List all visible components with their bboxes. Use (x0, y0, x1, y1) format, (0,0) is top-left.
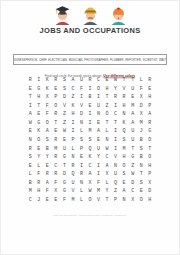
grid-cell: O (86, 195, 95, 204)
grid-cell: R (120, 93, 129, 102)
grid-cell: I (86, 85, 95, 94)
grid-cell: Z (60, 119, 69, 128)
grid-cell: F (43, 187, 52, 196)
grid-cell: G (35, 85, 44, 94)
grid-cell: E (86, 102, 95, 111)
grid-cell: I (94, 170, 103, 179)
grid-cell: U (128, 136, 137, 145)
grid-cell: B (137, 136, 146, 145)
grid-cell: E (77, 153, 86, 162)
grid-cell: V (120, 85, 129, 94)
grid-cell: S (137, 144, 146, 153)
grid-cell: W (26, 119, 35, 128)
grid-cell: E (145, 85, 154, 94)
grid-cell: K (43, 85, 52, 94)
grid-cell: O (103, 110, 112, 119)
grid-cell: X (43, 93, 52, 102)
grid-cell: B (26, 178, 35, 187)
grid-cell: M (26, 187, 35, 196)
grid-cell: Q (69, 170, 78, 179)
grid-cell: S (77, 136, 86, 145)
grid-cell: F (35, 170, 44, 179)
grid-cell: M (94, 187, 103, 196)
grid-cell: X (137, 110, 146, 119)
grid-cell: O (137, 195, 146, 204)
grid-cell: E (43, 195, 52, 204)
grid-cell: R (52, 76, 61, 85)
grid-cell: N (94, 110, 103, 119)
grid-cell: W (60, 127, 69, 136)
header-icons (0, 4, 180, 25)
grid-cell: N (77, 119, 86, 128)
grid-cell: O (35, 136, 44, 145)
grid-cell: T (128, 144, 137, 153)
grid-cell: A (128, 110, 137, 119)
grid-cell: U (128, 85, 137, 94)
grid-cell: D (128, 178, 137, 187)
grid-cell: P (145, 102, 154, 111)
grid-cell: R (43, 170, 52, 179)
grid-cell: S (60, 76, 69, 85)
grid-cell: G (145, 127, 154, 136)
instruction-line: Find and circle the words given above. U… (0, 66, 180, 72)
grid-cell: I (111, 102, 120, 111)
grid-cell: X (128, 195, 137, 204)
grid-cell: A (120, 187, 129, 196)
grid-cell: Q (86, 144, 95, 153)
grid-cell: F (60, 195, 69, 204)
grid-cell: E (103, 76, 112, 85)
grid-cell: D (145, 187, 154, 196)
grid-cell: E (52, 85, 61, 94)
grid-cell: A (145, 110, 154, 119)
grid-cell: R (52, 110, 61, 119)
grid-cell: S (43, 136, 52, 145)
grid-cell: C (111, 110, 120, 119)
grid-cell: R (145, 119, 154, 128)
grid-cell: N (69, 153, 78, 162)
grid-cell: I (111, 127, 120, 136)
grid-cell: P (111, 195, 120, 204)
grid-cell: N (120, 195, 129, 204)
grid-cell: U (128, 127, 137, 136)
grid-cell: K (86, 153, 95, 162)
grid-cell: C (103, 153, 112, 162)
grid-cell: R (145, 76, 154, 85)
grid-cell: A (43, 178, 52, 187)
grid-cell: H (120, 102, 129, 111)
page-title: JOBS AND OCCUPATIONS (0, 26, 180, 35)
grid-cell: H (120, 153, 129, 162)
grid-cell: N (103, 136, 112, 145)
grid-cell: D (77, 110, 86, 119)
grid-cell: A (103, 161, 112, 170)
grid-cell: F (43, 110, 52, 119)
grid-cell: P (145, 170, 154, 179)
grid-cell: B (43, 144, 52, 153)
grid-cell: U (60, 144, 69, 153)
grid-cell: R (86, 76, 95, 85)
grid-cell: Y (43, 153, 52, 162)
grid-cell: R (52, 153, 61, 162)
grid-cell: E (26, 85, 35, 94)
grid-cell: F (77, 85, 86, 94)
grid-cell: H (145, 195, 154, 204)
grid-cell: N (120, 110, 129, 119)
grid-cell: K (43, 76, 52, 85)
grid-cell: L (77, 127, 86, 136)
grid-cell: K (120, 119, 129, 128)
grid-cell: U (69, 178, 78, 187)
grid-cell: X (137, 93, 146, 102)
grid-cell: W (103, 144, 112, 153)
worksheet-page: JOBS AND OCCUPATIONS BUSINESSPERSON, CHE… (0, 0, 180, 255)
grid-cell: P (69, 136, 78, 145)
grid-cell: M (86, 127, 95, 136)
grid-cell: L (35, 161, 44, 170)
grid-cell: B (137, 153, 146, 162)
grid-cell: G (35, 119, 44, 128)
word-list-text: BUSINESSPERSON, CHEF, ELECTRICIAN, MUSIC… (13, 58, 167, 61)
grid-cell: L (103, 127, 112, 136)
grid-cell: F (52, 178, 61, 187)
grid-cell: I (69, 127, 78, 136)
grid-cell: H (35, 187, 44, 196)
word-search-grid: RIKRSAURCEWTTLREGKESCFIOHYVUFETHXPDZIBIT… (26, 76, 154, 204)
grid-cell: R (52, 170, 61, 179)
grid-cell: I (35, 76, 44, 85)
grid-cell: S (120, 136, 129, 145)
footer-credit-text: jobs and occupations - word search puzzl… (54, 214, 127, 217)
grid-cell: C (69, 85, 78, 94)
grid-cell: O (43, 119, 52, 128)
grid-cell: H (103, 85, 112, 94)
grid-cell: O (94, 85, 103, 94)
grid-cell: M (69, 195, 78, 204)
grid-cell: E (94, 136, 103, 145)
grid-cell: V (69, 187, 78, 196)
grid-cell: T (60, 161, 69, 170)
grid-cell: U (111, 170, 120, 179)
grid-cell: F (43, 102, 52, 111)
grid-cell: W (111, 76, 120, 85)
grid-cell: B (86, 93, 95, 102)
grid-cell: N (111, 161, 120, 170)
grid-cell: S (137, 178, 146, 187)
grid-cell: Z (60, 110, 69, 119)
grid-cell: S (86, 136, 95, 145)
grid-cell: H (145, 93, 154, 102)
grid-cell: C (94, 76, 103, 85)
grid-cell: C (52, 161, 61, 170)
grid-cell: D (60, 170, 69, 179)
grid-cell: T (26, 93, 35, 102)
cook-icon (110, 4, 127, 25)
grid-cell: P (77, 144, 86, 153)
grid-cell: C (128, 187, 137, 196)
grid-cell: C (26, 195, 35, 204)
grid-cell: Z (128, 161, 137, 170)
grid-cell: I (69, 119, 78, 128)
grid-cell: U (94, 102, 103, 111)
grid-cell: W (86, 187, 95, 196)
grid-cell: G (60, 153, 69, 162)
grid-cell: U (94, 144, 103, 153)
grid-cell: Z (111, 187, 120, 196)
grid-cell: N (26, 136, 35, 145)
grid-cell: N (77, 178, 86, 187)
grid-cell: F (137, 85, 146, 94)
grid-cell: T (103, 195, 112, 204)
grid-cell: E (35, 144, 44, 153)
grid-cell: T (137, 170, 146, 179)
grid-cell: M (52, 144, 61, 153)
grid-cell: X (145, 178, 154, 187)
grid-cell: R (26, 144, 35, 153)
grid-cell: E (60, 136, 69, 145)
grid-cell: E (52, 127, 61, 136)
grid-cell: I (77, 161, 86, 170)
graduate-icon (54, 4, 71, 25)
grid-cell: F (94, 178, 103, 187)
grid-cell: M (137, 119, 146, 128)
grid-cell: R (26, 76, 35, 85)
grid-cell: E (128, 93, 137, 102)
grid-cell: D (137, 102, 146, 111)
grid-cell: E (35, 110, 44, 119)
grid-cell: O (145, 153, 154, 162)
grid-cell: L (26, 170, 35, 179)
grid-cell: K (35, 127, 44, 136)
grid-cell: E (120, 178, 129, 187)
grid-cell: X (103, 170, 112, 179)
grid-cell: J (137, 127, 146, 136)
grid-cell: L (69, 144, 78, 153)
grid-cell: A (86, 170, 95, 179)
grid-cell: T (111, 119, 120, 128)
grid-cell: I (77, 93, 86, 102)
grid-cell: C (86, 161, 95, 170)
grid-cell: I (86, 110, 95, 119)
grid-cell: S (26, 153, 35, 162)
grid-cell: H (35, 93, 44, 102)
grid-cell: N (137, 161, 146, 170)
grid-cell: E (94, 119, 103, 128)
grid-cell: L (77, 195, 86, 204)
grid-cell: S (120, 170, 129, 179)
grid-cell: T (145, 144, 154, 153)
grid-cell: Y (111, 85, 120, 94)
grid-cell: I (94, 93, 103, 102)
grid-cell: R (111, 93, 120, 102)
grid-cell: X (86, 178, 95, 187)
grid-cell: G (60, 178, 69, 187)
grid-cell: I (94, 161, 103, 170)
grid-cell: K (69, 102, 78, 111)
grid-cell: A (94, 127, 103, 136)
grid-cell: E (43, 161, 52, 170)
grid-cell: A (128, 119, 137, 128)
grid-cell: A (69, 76, 78, 85)
grid-cell: J (35, 195, 44, 204)
grid-cell: T (120, 76, 129, 85)
grid-cell: W (128, 170, 137, 179)
grid-cell: R (35, 178, 44, 187)
grid-cell: G (128, 153, 137, 162)
grid-cell: R (77, 170, 86, 179)
grid-cell: Q (111, 178, 120, 187)
grid-cell: I (86, 119, 95, 128)
grid-cell: Z (69, 93, 78, 102)
grid-cell: O (120, 161, 129, 170)
grid-cell: Y (94, 153, 103, 162)
grid-cell: Y (103, 187, 112, 196)
grid-cell: M (128, 102, 137, 111)
grid-cell: L (103, 178, 112, 187)
grid-cell: Z (103, 102, 112, 111)
grid-cell: U (77, 76, 86, 85)
grid-cell: T (103, 93, 112, 102)
grid-cell: I (111, 144, 120, 153)
grid-cell: R (69, 161, 78, 170)
grid-cell: H (69, 110, 78, 119)
grid-cell: E (52, 195, 61, 204)
word-list-box: BUSINESSPERSON, CHEF, ELECTRICIAN, MUSIC… (13, 54, 167, 65)
grid-cell: T (52, 119, 61, 128)
construction-worker-icon (82, 4, 99, 25)
grid-cell: T (103, 119, 112, 128)
grid-cell: A (26, 110, 35, 119)
grid-cell: X (52, 187, 61, 196)
grid-cell: H (145, 161, 154, 170)
grid-cell: R (52, 136, 61, 145)
grid-cell: E (26, 127, 35, 136)
grid-cell: V (77, 102, 86, 111)
grid-cell: L (77, 187, 86, 196)
grid-cell: T (35, 102, 44, 111)
grid-cell: M (120, 144, 129, 153)
grid-cell: V (111, 153, 120, 162)
grid-cell: V (94, 195, 103, 204)
grid-cell: I (26, 102, 35, 111)
grid-cell: A (43, 127, 52, 136)
grid-cell: V (60, 102, 69, 111)
grid-cell: O (145, 136, 154, 145)
grid-cell: D (60, 93, 69, 102)
grid-cell: G (60, 187, 69, 196)
grid-cell: E (26, 161, 35, 170)
grid-cell: L (137, 76, 146, 85)
grid-cell: T (128, 76, 137, 85)
grid-cell: Y (35, 153, 44, 162)
grid-cell: Q (120, 127, 129, 136)
grid-cell: I (111, 136, 120, 145)
grid-cell: P (52, 93, 61, 102)
grid-cell: E (137, 187, 146, 196)
grid-cell: O (52, 102, 61, 111)
footer-credit: jobs and occupations - word search puzzl… (0, 205, 180, 210)
grid-cell: S (60, 85, 69, 94)
